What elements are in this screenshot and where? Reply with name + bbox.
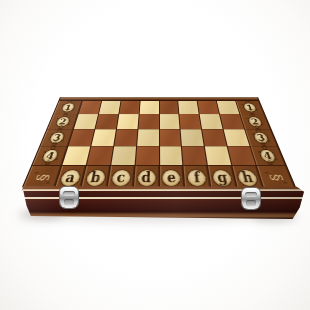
rank-label-right-3-text: 3	[256, 132, 267, 142]
scroll-ornament-icon: §	[33, 174, 52, 181]
square-e1	[159, 101, 178, 114]
rank-label-right-4: 4	[251, 146, 286, 165]
square-d1	[139, 101, 158, 114]
file-label-d-disc: d	[137, 170, 155, 186]
rank-label-left-4-text: 4	[44, 150, 56, 161]
square-f1	[179, 101, 199, 114]
file-label-f-disc: f	[188, 170, 207, 186]
file-label-a-disc: a	[59, 170, 81, 186]
rank-label-left-2-disc: 2	[55, 117, 70, 127]
board-top-face: 11223344§abcdefgh§	[22, 97, 296, 187]
rank-label-right-4-disc: 4	[259, 150, 276, 162]
file-label-h-disc: h	[237, 170, 259, 186]
square-e3	[159, 129, 181, 146]
rank-label-right-4-text: 4	[262, 150, 274, 161]
square-c1	[119, 101, 139, 114]
square-c2	[117, 114, 139, 129]
square-a1	[79, 101, 101, 114]
square-f3	[181, 129, 204, 146]
file-label-d-text: d	[141, 169, 151, 186]
rank-label-left-4-disc: 4	[42, 150, 59, 162]
square-d3	[137, 129, 159, 146]
product-photo-background: 11223344§abcdefgh§	[0, 0, 310, 310]
square-a2	[74, 114, 98, 129]
rank-label-left-1-disc: 1	[61, 103, 75, 111]
file-label-b-text: b	[89, 169, 102, 186]
latch-clasp-right-icon	[242, 188, 260, 209]
square-a3	[69, 129, 95, 146]
file-label-c-disc: c	[111, 170, 130, 186]
file-label-a-text: a	[63, 169, 77, 186]
square-b1	[99, 101, 120, 114]
file-label-g-text: g	[216, 169, 229, 186]
square-g1	[198, 101, 219, 114]
rank-label-right-3-disc: 3	[253, 132, 269, 143]
square-c3	[114, 129, 137, 146]
scroll-ornament-icon: §	[266, 174, 285, 181]
latch-clasp-left-icon	[60, 187, 78, 208]
rank-label-right-1-text: 1	[245, 103, 254, 111]
file-label-e-text: e	[167, 169, 177, 186]
board-grid: 11223344§abcdefgh§	[22, 97, 296, 187]
file-label-b-disc: b	[85, 170, 106, 186]
file-label-h-text: h	[240, 169, 255, 186]
file-label-g-disc: g	[212, 170, 233, 186]
rank-label-left-2-text: 2	[58, 117, 68, 126]
square-d2	[138, 114, 158, 129]
square-g2	[200, 114, 223, 129]
rank-label-left-3-text: 3	[52, 132, 63, 142]
square-g3	[202, 129, 226, 146]
square-e2	[159, 114, 179, 129]
rank-label-left-3-disc: 3	[49, 132, 65, 143]
square-f2	[180, 114, 202, 129]
square-b2	[95, 114, 118, 129]
rank-label-right-2-disc: 2	[248, 117, 263, 127]
square-b3	[91, 129, 115, 146]
rank-label-right-3: 3	[245, 129, 277, 146]
rank-label-right-2-text: 2	[250, 117, 260, 126]
rank-label-left-3: 3	[40, 129, 72, 146]
rank-label-right-1-disc: 1	[243, 103, 257, 111]
file-label-f-text: f	[193, 169, 201, 186]
file-label-e-disc: e	[163, 170, 181, 186]
file-label-c-text: c	[116, 169, 126, 186]
rank-label-left-1-text: 1	[64, 103, 73, 111]
